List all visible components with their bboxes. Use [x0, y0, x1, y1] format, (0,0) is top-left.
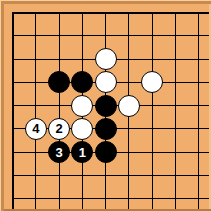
intersection-r6c5	[94, 117, 117, 140]
grid-line-vertical	[12, 94, 14, 117]
intersection-r8c8	[164, 164, 187, 187]
frame-edge-right	[209, 4, 211, 211]
grid-line-vertical	[175, 164, 176, 187]
white-stone	[141, 71, 163, 93]
grid-line-vertical	[12, 12, 14, 24]
intersection-r9c9	[187, 187, 210, 210]
intersection-r1c6	[117, 1, 140, 24]
grid-line-vertical	[105, 164, 106, 187]
intersection-r2c6	[117, 24, 140, 47]
intersection-r8c3	[48, 164, 71, 187]
grid-line-vertical	[35, 48, 36, 71]
grid-line-vertical	[198, 48, 199, 71]
grid-line-vertical	[128, 12, 129, 24]
intersection-r4c8	[164, 71, 187, 94]
grid-line-vertical	[152, 24, 153, 47]
intersection-r2c5	[94, 24, 117, 47]
intersection-r5c3	[48, 94, 71, 117]
grid-line-vertical	[35, 24, 36, 47]
grid-line-vertical	[35, 94, 36, 117]
grid-line-vertical	[198, 71, 199, 94]
intersection-r3c3	[48, 48, 71, 71]
intersection-r4c5	[94, 71, 117, 94]
intersection-r1c8	[164, 1, 187, 24]
white-stone-move-2: 2	[48, 118, 70, 140]
intersection-r8c1	[1, 164, 24, 187]
intersection-r9c5	[94, 187, 117, 210]
intersection-r2c8	[164, 24, 187, 47]
grid-line-vertical	[59, 24, 60, 47]
grid-line-vertical	[152, 164, 153, 187]
intersection-r9c7	[141, 187, 164, 210]
intersection-r1c2	[24, 1, 47, 24]
grid-line-vertical	[128, 164, 129, 187]
grid-line-vertical	[12, 71, 14, 94]
intersection-r9c1	[1, 187, 24, 210]
black-stone	[95, 95, 117, 117]
grid-line-vertical	[82, 24, 83, 47]
grid-line-vertical	[152, 48, 153, 71]
grid-line-vertical	[152, 187, 153, 211]
grid-line-vertical	[128, 141, 129, 164]
intersection-r3c8	[164, 48, 187, 71]
grid-line-vertical	[105, 12, 106, 24]
intersection-r3c1	[1, 48, 24, 71]
intersection-r2c9	[187, 24, 210, 47]
grid-line-vertical	[12, 24, 14, 47]
intersection-r3c2	[24, 48, 47, 71]
black-stone	[95, 141, 117, 163]
intersection-r4c3	[48, 71, 71, 94]
frame-edge-top	[0, 1, 211, 4]
grid-line-vertical	[35, 12, 36, 24]
grid-line-vertical	[12, 48, 14, 71]
intersection-r9c2	[24, 187, 47, 210]
grid-line-vertical	[82, 12, 83, 24]
intersection-r5c7	[141, 94, 164, 117]
grid-line-horizontal	[187, 35, 211, 36]
grid-line-horizontal	[187, 175, 211, 176]
white-stone	[71, 95, 93, 117]
grid-line-vertical	[175, 48, 176, 71]
white-stone-move-4: 4	[25, 118, 47, 140]
intersection-r7c3: 3	[48, 141, 71, 164]
intersection-r2c4	[71, 24, 94, 47]
intersection-r7c5	[94, 141, 117, 164]
grid-line-vertical	[35, 164, 36, 187]
grid-line-horizontal	[187, 198, 211, 199]
grid-line-vertical	[152, 94, 153, 117]
grid-line-horizontal	[187, 82, 211, 83]
intersection-r5c9	[187, 94, 210, 117]
grid-line-vertical	[59, 164, 60, 187]
grid-line-vertical	[35, 187, 36, 211]
intersection-r6c6	[117, 117, 140, 140]
intersection-r1c4	[71, 1, 94, 24]
grid-line-vertical	[35, 71, 36, 94]
intersection-r6c2: 4	[24, 117, 47, 140]
intersection-r6c7	[141, 117, 164, 140]
grid-line-vertical	[152, 12, 153, 24]
grid-line-vertical	[12, 117, 14, 140]
grid-line-vertical	[175, 94, 176, 117]
intersection-r7c1	[1, 141, 24, 164]
grid-line-vertical	[175, 24, 176, 47]
grid-line-vertical	[12, 141, 14, 164]
intersection-r7c2	[24, 141, 47, 164]
intersection-r4c1	[1, 71, 24, 94]
intersection-r4c6	[117, 71, 140, 94]
intersection-r3c6	[117, 48, 140, 71]
grid-line-horizontal	[187, 59, 211, 60]
intersection-r5c4	[71, 94, 94, 117]
intersection-r5c1	[1, 94, 24, 117]
grid-line-vertical	[198, 187, 199, 211]
grid-line-vertical	[82, 187, 83, 211]
intersection-r2c1	[1, 24, 24, 47]
intersection-r1c9	[187, 1, 210, 24]
intersection-r6c9	[187, 117, 210, 140]
intersection-r2c3	[48, 24, 71, 47]
intersection-r3c9	[187, 48, 210, 71]
intersection-r4c9	[187, 71, 210, 94]
black-stone	[71, 71, 93, 93]
grid-line-horizontal	[187, 105, 211, 106]
grid-line-vertical	[198, 12, 199, 24]
grid-line-vertical	[198, 117, 199, 140]
intersection-r8c2	[24, 164, 47, 187]
intersection-r6c8	[164, 117, 187, 140]
intersection-r5c2	[24, 94, 47, 117]
grid-line-vertical	[175, 141, 176, 164]
white-stone	[95, 71, 117, 93]
black-stone-move-3: 3	[48, 141, 70, 163]
grid-line-vertical	[175, 117, 176, 140]
intersection-r9c4	[71, 187, 94, 210]
grid-line-vertical	[105, 24, 106, 47]
intersection-r9c3	[48, 187, 71, 210]
intersection-r4c7	[141, 71, 164, 94]
grid-line-vertical	[198, 141, 199, 164]
grid-line-vertical	[59, 48, 60, 71]
grid-line-vertical	[35, 141, 36, 164]
go-diagram: 4231	[0, 0, 211, 211]
grid-line-vertical	[82, 48, 83, 71]
intersection-r8c5	[94, 164, 117, 187]
grid-line-vertical	[152, 117, 153, 140]
white-stone	[118, 95, 140, 117]
intersection-r5c5	[94, 94, 117, 117]
grid-line-vertical	[59, 94, 60, 117]
intersection-r9c6	[117, 187, 140, 210]
black-stone-move-1: 1	[71, 141, 93, 163]
intersection-r1c7	[141, 1, 164, 24]
intersection-r7c7	[141, 141, 164, 164]
grid-line-vertical	[198, 164, 199, 187]
grid-line-vertical	[128, 71, 129, 94]
grid-line-vertical	[128, 117, 129, 140]
grid-line-vertical	[105, 187, 106, 211]
intersection-r1c3	[48, 1, 71, 24]
intersection-r6c1	[1, 117, 24, 140]
intersection-r6c4	[71, 117, 94, 140]
grid-line-vertical	[128, 48, 129, 71]
grid-line-vertical	[175, 12, 176, 24]
intersection-r5c6	[117, 94, 140, 117]
intersection-r8c4	[71, 164, 94, 187]
intersection-r8c7	[141, 164, 164, 187]
intersection-r4c2	[24, 71, 47, 94]
grid-line-vertical	[12, 187, 14, 211]
grid-line-vertical	[152, 141, 153, 164]
grid-line-vertical	[59, 187, 60, 211]
grid-line-horizontal	[187, 12, 211, 14]
intersection-r9c8	[164, 187, 187, 210]
white-stone	[95, 48, 117, 70]
grid-line-vertical	[175, 187, 176, 211]
intersection-r8c6	[117, 164, 140, 187]
intersection-r3c5	[94, 48, 117, 71]
grid-line-vertical	[198, 94, 199, 117]
goban-grid: 4231	[1, 1, 210, 210]
intersection-r7c6	[117, 141, 140, 164]
grid-line-vertical	[128, 24, 129, 47]
frame-edge-left	[1, 1, 4, 211]
intersection-r7c8	[164, 141, 187, 164]
black-stone	[95, 118, 117, 140]
grid-line-vertical	[175, 71, 176, 94]
intersection-r1c1	[1, 1, 24, 24]
intersection-r2c2	[24, 24, 47, 47]
intersection-r6c3: 2	[48, 117, 71, 140]
intersection-r3c4	[71, 48, 94, 71]
grid-line-vertical	[128, 187, 129, 211]
intersection-r4c4	[71, 71, 94, 94]
black-stone	[48, 71, 70, 93]
grid-line-vertical	[82, 164, 83, 187]
intersection-r5c8	[164, 94, 187, 117]
grid-line-vertical	[198, 24, 199, 47]
grid-line-horizontal	[187, 152, 211, 153]
intersection-r8c9	[187, 164, 210, 187]
grid-line-vertical	[59, 12, 60, 24]
intersection-r2c7	[141, 24, 164, 47]
grid-line-vertical	[12, 164, 14, 187]
grid-line-horizontal	[187, 128, 211, 129]
intersection-r7c9	[187, 141, 210, 164]
intersection-r1c5	[94, 1, 117, 24]
intersection-r7c4: 1	[71, 141, 94, 164]
white-stone	[71, 118, 93, 140]
frame-edge-bottom	[4, 209, 211, 211]
intersection-r3c7	[141, 48, 164, 71]
